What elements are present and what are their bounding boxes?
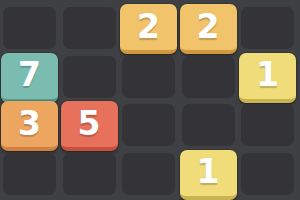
board-cell (3, 153, 56, 195)
tile-2[interactable]: 2 (120, 4, 177, 54)
board-cell: 2 (182, 7, 235, 49)
tile-7[interactable]: 7 (1, 53, 58, 103)
board-cell (241, 7, 294, 49)
tile-1[interactable]: 1 (239, 53, 296, 103)
board-cell (182, 56, 235, 98)
tile-value-label: 7 (18, 58, 41, 91)
tile-3[interactable]: 3 (1, 101, 58, 151)
tile-value-label: 2 (137, 10, 160, 43)
board-cell (122, 56, 175, 98)
tile-value-label: 3 (18, 107, 41, 140)
board-cell (3, 7, 56, 49)
board-cell (63, 7, 116, 49)
tile-value-label: 1 (256, 58, 279, 91)
board-grid: 2271351 (3, 7, 294, 195)
board-cell (63, 56, 116, 98)
tile-value-label: 1 (197, 155, 220, 188)
board-cell (122, 153, 175, 195)
tile-value-label: 2 (197, 10, 220, 43)
tile-2[interactable]: 2 (180, 4, 237, 54)
game-board: 2271351 (0, 0, 300, 200)
board-cell: 1 (182, 153, 235, 195)
board-cell (241, 153, 294, 195)
tile-1[interactable]: 1 (180, 150, 237, 200)
board-cell: 5 (63, 104, 116, 146)
board-cell (182, 104, 235, 146)
board-cell (63, 153, 116, 195)
board-cell: 7 (3, 56, 56, 98)
board-cell (122, 104, 175, 146)
board-cell: 1 (241, 56, 294, 98)
board-cell: 3 (3, 104, 56, 146)
board-cell: 2 (122, 7, 175, 49)
board-cell (241, 104, 294, 146)
tile-5[interactable]: 5 (61, 101, 118, 151)
tile-value-label: 5 (78, 107, 101, 140)
